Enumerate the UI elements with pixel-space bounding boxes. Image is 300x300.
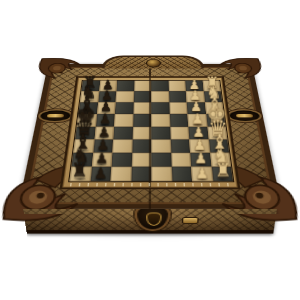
medallion-figure-icon [236, 114, 253, 118]
board-square[interactable] [151, 126, 170, 139]
black-pawn-piece[interactable]: ♟ [94, 166, 107, 181]
pediment-crest [102, 56, 205, 69]
board-square[interactable] [151, 167, 171, 182]
board-square[interactable] [169, 103, 188, 115]
board-square[interactable]: ♜ [69, 167, 91, 182]
chess-field-frame: ♜♟♟♜♞♟♟♞♝♟♟♝♚♟♟♚♛♟♟♛♝♟♟♝♞♟♟♞♜♟♟♜ [60, 76, 241, 189]
medallion-figure-icon [47, 114, 64, 118]
board-square[interactable] [169, 114, 188, 126]
box-top-surface: ♜♟♟♜♞♟♟♞♝♟♟♝♚♟♟♚♛♟♟♛♝♟♟♝♞♟♟♞♜♟♟♜ [18, 64, 282, 209]
board-square[interactable]: ♟ [90, 167, 111, 182]
board-square[interactable] [170, 139, 190, 152]
board-square[interactable] [151, 153, 171, 167]
board-square[interactable] [112, 139, 132, 152]
board-square[interactable] [151, 139, 171, 152]
board-fold-seam [149, 78, 152, 188]
shield-monogram-icon [146, 212, 161, 225]
front-shield-medallion [134, 204, 170, 231]
box-front-face [23, 209, 277, 234]
board-square[interactable] [151, 103, 169, 115]
board-square[interactable] [151, 114, 170, 126]
board-square[interactable]: ♟ [191, 167, 212, 182]
board-square[interactable] [168, 91, 186, 102]
board-square[interactable] [115, 103, 134, 115]
black-rook-piece[interactable]: ♜ [71, 162, 88, 181]
board-square[interactable] [151, 91, 169, 102]
carved-chess-box: ♜♟♟♜♞♟♟♞♝♟♟♝♚♟♟♚♛♟♟♛♝♟♟♝♞♟♟♞♜♟♟♜ [18, 64, 282, 209]
board-square[interactable] [151, 81, 168, 92]
white-rook-piece[interactable]: ♜ [214, 162, 231, 181]
chess-board: ♜♟♟♜♞♟♟♞♝♟♟♝♚♟♟♚♛♟♟♛♝♟♟♝♞♟♟♞♜♟♟♜ [68, 80, 234, 182]
board-square[interactable] [171, 153, 191, 167]
board-square[interactable] [113, 126, 132, 139]
oval-medallion-left [37, 109, 74, 122]
board-square[interactable] [115, 91, 133, 102]
board-square[interactable] [170, 126, 189, 139]
oval-medallion-right [226, 109, 263, 122]
brass-latch[interactable] [182, 217, 199, 224]
board-square[interactable] [116, 81, 134, 92]
board-square[interactable] [114, 114, 133, 126]
board-square[interactable] [111, 153, 131, 167]
board-square[interactable] [110, 167, 131, 182]
board-square[interactable]: ♜ [211, 167, 233, 182]
white-pawn-piece[interactable]: ♟ [196, 166, 209, 181]
board-square[interactable] [168, 81, 186, 92]
board-square[interactable] [171, 167, 192, 182]
